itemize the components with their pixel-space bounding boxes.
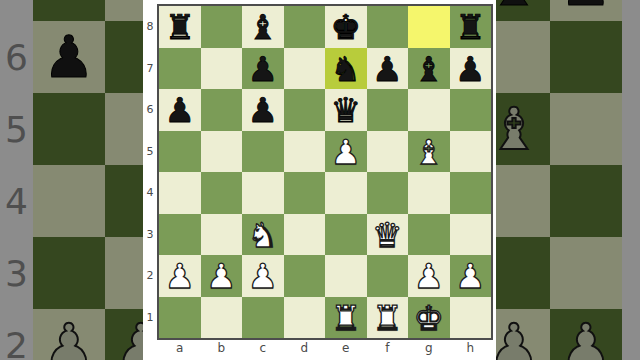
square-a3[interactable]	[159, 214, 201, 256]
piece-white-pawn-h2[interactable]: ♟	[450, 255, 492, 297]
piece-black-rook-a8[interactable]: ♜	[159, 6, 201, 48]
square-c4[interactable]	[242, 172, 284, 214]
background-left: 65432♟♟♟	[0, 0, 143, 360]
square-f5[interactable]	[367, 131, 409, 173]
square-f2[interactable]	[367, 255, 409, 297]
background-square-h3	[550, 237, 622, 309]
piece-white-rook-f1[interactable]: ♜	[367, 297, 409, 339]
background-piece-white-pawn-h2: ♟	[550, 309, 622, 360]
rank-label-2: 2	[143, 255, 157, 297]
file-label-g: g	[408, 341, 450, 355]
background-piece-black-bishop-g7: ♝	[496, 0, 550, 21]
background-square-b7	[105, 0, 143, 21]
piece-black-pawn-a6[interactable]: ♟	[159, 89, 201, 131]
background-square-a5	[33, 93, 105, 165]
square-c1[interactable]	[242, 297, 284, 339]
square-e3[interactable]	[325, 214, 367, 256]
square-h5[interactable]	[450, 131, 492, 173]
piece-white-pawn-a2[interactable]: ♟	[159, 255, 201, 297]
background-square-b5	[105, 93, 143, 165]
square-b7[interactable]	[201, 48, 243, 90]
piece-black-pawn-f7[interactable]: ♟	[367, 48, 409, 90]
rank-label-5: 5	[143, 131, 157, 173]
square-b1[interactable]	[201, 297, 243, 339]
file-label-e: e	[325, 341, 367, 355]
square-h4[interactable]	[450, 172, 492, 214]
background-piece-black-pawn-h7: ♟	[550, 0, 622, 21]
square-b5[interactable]	[201, 131, 243, 173]
square-d7[interactable]	[284, 48, 326, 90]
background-piece-white-pawn-b2: ♟	[105, 309, 143, 360]
square-d2[interactable]	[284, 255, 326, 297]
piece-white-pawn-c2[interactable]: ♟	[242, 255, 284, 297]
background-square-a7	[33, 0, 105, 21]
rank-label-7: 7	[143, 48, 157, 90]
background-square-g6	[496, 21, 550, 93]
background-square-a3	[33, 237, 105, 309]
rank-label-3: 3	[143, 214, 157, 256]
square-f4[interactable]	[367, 172, 409, 214]
piece-black-pawn-h7[interactable]: ♟	[450, 48, 492, 90]
square-h1[interactable]	[450, 297, 492, 339]
board-panel: 87654321 ♜♝♚♜♟♞♟♝♟♟♟♛♟♝♞♛♟♟♟♟♟♜♜♚ abcdef…	[143, 0, 496, 360]
background-piece-white-pawn-a2: ♟	[33, 309, 105, 360]
rank-label-8: 8	[143, 6, 157, 48]
background-rank-label-6: 6	[0, 37, 33, 78]
square-d8[interactable]	[284, 6, 326, 48]
file-label-h: h	[450, 341, 492, 355]
square-b3[interactable]	[201, 214, 243, 256]
square-a7[interactable]	[159, 48, 201, 90]
piece-black-rook-h8[interactable]: ♜	[450, 6, 492, 48]
piece-black-pawn-c7[interactable]: ♟	[242, 48, 284, 90]
background-square-b3	[105, 237, 143, 309]
square-e2[interactable]	[325, 255, 367, 297]
piece-black-knight-e7[interactable]: ♞	[325, 48, 367, 90]
square-d6[interactable]	[284, 89, 326, 131]
piece-black-bishop-g7[interactable]: ♝	[408, 48, 450, 90]
background-square-a4	[33, 165, 105, 237]
square-h6[interactable]	[450, 89, 492, 131]
square-b6[interactable]	[201, 89, 243, 131]
file-label-b: b	[201, 341, 243, 355]
square-a4[interactable]	[159, 172, 201, 214]
square-f8[interactable]	[367, 6, 409, 48]
square-g6[interactable]	[408, 89, 450, 131]
background-square-h6	[550, 21, 622, 93]
screenshot-canvas: 65432♟♟♟ ♝♟♝♟♟ 87654321 ♜♝♚♜♟♞♟♝♟♟♟♛♟♝♞♛…	[0, 0, 640, 360]
square-h3[interactable]	[450, 214, 492, 256]
piece-black-queen-e6[interactable]: ♛	[325, 89, 367, 131]
square-d3[interactable]	[284, 214, 326, 256]
square-d4[interactable]	[284, 172, 326, 214]
square-b8[interactable]	[201, 6, 243, 48]
background-square-b6	[105, 21, 143, 93]
background-rank-label-2: 2	[0, 325, 33, 360]
background-square-b4	[105, 165, 143, 237]
piece-black-bishop-c8[interactable]: ♝	[242, 6, 284, 48]
square-g4[interactable]	[408, 172, 450, 214]
piece-black-king-e8[interactable]: ♚	[325, 6, 367, 48]
square-d5[interactable]	[284, 131, 326, 173]
background-piece-white-bishop-g5: ♝	[496, 93, 550, 165]
background-rank-label-4: 4	[0, 181, 33, 222]
file-label-c: c	[242, 341, 284, 355]
square-g8[interactable]	[408, 6, 450, 48]
piece-white-pawn-e5[interactable]: ♟	[325, 131, 367, 173]
square-b4[interactable]	[201, 172, 243, 214]
piece-white-king-g1[interactable]: ♚	[408, 297, 450, 339]
rank-label-6: 6	[143, 89, 157, 131]
square-d1[interactable]	[284, 297, 326, 339]
file-label-f: f	[367, 341, 409, 355]
rank-label-1: 1	[143, 297, 157, 339]
background-square-g3	[496, 237, 550, 309]
background-right: ♝♟♝♟♟	[496, 0, 640, 360]
file-label-d: d	[284, 341, 326, 355]
background-square-g4	[496, 165, 550, 237]
square-a1[interactable]	[159, 297, 201, 339]
chess-board[interactable]: ♜♝♚♜♟♞♟♝♟♟♟♛♟♝♞♛♟♟♟♟♟♜♜♚	[157, 4, 493, 340]
piece-white-pawn-b2[interactable]: ♟	[201, 255, 243, 297]
piece-white-pawn-g2[interactable]: ♟	[408, 255, 450, 297]
square-g3[interactable]	[408, 214, 450, 256]
piece-white-queen-f3[interactable]: ♛	[367, 214, 409, 256]
background-rank-label-5: 5	[0, 109, 33, 150]
square-f6[interactable]	[367, 89, 409, 131]
background-piece-black-pawn-a6: ♟	[33, 21, 105, 93]
piece-white-rook-e1[interactable]: ♜	[325, 297, 367, 339]
background-square-h4	[550, 165, 622, 237]
background-rank-label-3: 3	[0, 253, 33, 294]
square-a5[interactable]	[159, 131, 201, 173]
square-c5[interactable]	[242, 131, 284, 173]
piece-black-pawn-c6[interactable]: ♟	[242, 89, 284, 131]
background-square-h5	[550, 93, 622, 165]
piece-white-bishop-g5[interactable]: ♝	[408, 131, 450, 173]
rank-label-4: 4	[143, 172, 157, 214]
piece-white-knight-c3[interactable]: ♞	[242, 214, 284, 256]
square-e4[interactable]	[325, 172, 367, 214]
background-piece-white-pawn-g2: ♟	[496, 309, 550, 360]
file-label-a: a	[159, 341, 201, 355]
